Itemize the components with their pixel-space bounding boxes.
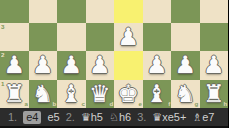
move-text: xe5+: [162, 111, 186, 123]
square-g3[interactable]: [171, 23, 200, 52]
move-text: e7: [202, 111, 214, 123]
white-queen[interactable]: ♛: [86, 80, 115, 109]
piece-figurine-icon: ♘: [109, 111, 119, 124]
square-c3[interactable]: [57, 23, 86, 52]
square-a1[interactable]: 1a♜: [0, 80, 29, 109]
move[interactable]: ♘h6: [109, 111, 131, 124]
white-pawn[interactable]: ♟: [114, 23, 143, 52]
square-g2[interactable]: ♟: [171, 51, 200, 80]
move-number: 2.: [66, 111, 75, 123]
square-e2[interactable]: [114, 51, 143, 80]
square-g4[interactable]: [171, 0, 200, 23]
square-f2[interactable]: ♟: [143, 51, 172, 80]
square-g1[interactable]: g♞: [171, 80, 200, 109]
square-a4[interactable]: 4: [0, 0, 29, 23]
square-b3[interactable]: [29, 23, 58, 52]
square-c1[interactable]: c♝: [57, 80, 86, 109]
move[interactable]: ♛h5: [81, 111, 103, 124]
rank-label-3: 3: [1, 24, 4, 30]
white-bishop[interactable]: ♝: [57, 80, 86, 109]
white-pawn[interactable]: ♟: [143, 51, 172, 80]
move[interactable]: ♗e7: [192, 111, 214, 124]
square-h2[interactable]: ♟: [200, 51, 229, 80]
white-rook[interactable]: ♜: [0, 80, 29, 109]
move-text: h5: [91, 111, 103, 123]
move-list: 1.e4e52.♛h5♘h63.♛xe5+♗e7: [0, 108, 228, 128]
square-d1[interactable]: d♛: [86, 80, 115, 109]
square-b1[interactable]: b♞: [29, 80, 58, 109]
move[interactable]: ♛xe5+: [152, 111, 186, 124]
chess-board: 43♟2♟♟♟♟♟♟♟1a♜b♞c♝d♛e♚f♝g♞h♜: [0, 0, 228, 108]
piece-figurine-icon: ♛: [152, 111, 162, 124]
square-d2[interactable]: ♟: [86, 51, 115, 80]
piece-figurine-icon: ♛: [81, 111, 91, 124]
move-current[interactable]: e4: [23, 111, 41, 124]
move-number: 3.: [137, 111, 146, 123]
square-h3[interactable]: [200, 23, 229, 52]
square-c2[interactable]: ♟: [57, 51, 86, 80]
move-text: e5: [47, 111, 59, 123]
square-e1[interactable]: e♚: [114, 80, 143, 109]
square-a3[interactable]: 3: [0, 23, 29, 52]
square-c4[interactable]: [57, 0, 86, 23]
white-pawn[interactable]: ♟: [0, 51, 29, 80]
square-d4[interactable]: [86, 0, 115, 23]
chess-app-screen: 43♟2♟♟♟♟♟♟♟1a♜b♞c♝d♛e♚f♝g♞h♜ 1.e4e52.♛h5…: [0, 0, 228, 128]
square-b4[interactable]: [29, 0, 58, 23]
rank-label-4: 4: [1, 0, 4, 1]
square-f4[interactable]: [143, 0, 172, 23]
square-a2[interactable]: 2♟: [0, 51, 29, 80]
white-king[interactable]: ♚: [114, 80, 143, 109]
square-f3[interactable]: [143, 23, 172, 52]
white-pawn[interactable]: ♟: [86, 51, 115, 80]
white-pawn[interactable]: ♟: [29, 51, 58, 80]
square-e3[interactable]: ♟: [114, 23, 143, 52]
move[interactable]: e5: [47, 111, 59, 123]
white-rook[interactable]: ♜: [200, 80, 229, 109]
move-text: h6: [119, 111, 131, 123]
white-knight[interactable]: ♞: [29, 80, 58, 109]
square-h4[interactable]: [200, 0, 229, 23]
chess-board-grid: 43♟2♟♟♟♟♟♟♟1a♜b♞c♝d♛e♚f♝g♞h♜: [0, 0, 228, 108]
white-pawn[interactable]: ♟: [171, 51, 200, 80]
white-bishop[interactable]: ♝: [143, 80, 172, 109]
white-pawn[interactable]: ♟: [200, 51, 229, 80]
move-number: 1.: [8, 111, 17, 123]
square-d3[interactable]: [86, 23, 115, 52]
square-f1[interactable]: f♝: [143, 80, 172, 109]
square-h1[interactable]: h♜: [200, 80, 229, 109]
white-knight[interactable]: ♞: [171, 80, 200, 109]
square-b2[interactable]: ♟: [29, 51, 58, 80]
move-text: e4: [26, 111, 38, 124]
square-e4[interactable]: [114, 0, 143, 23]
white-pawn[interactable]: ♟: [57, 51, 86, 80]
piece-figurine-icon: ♗: [192, 111, 202, 124]
